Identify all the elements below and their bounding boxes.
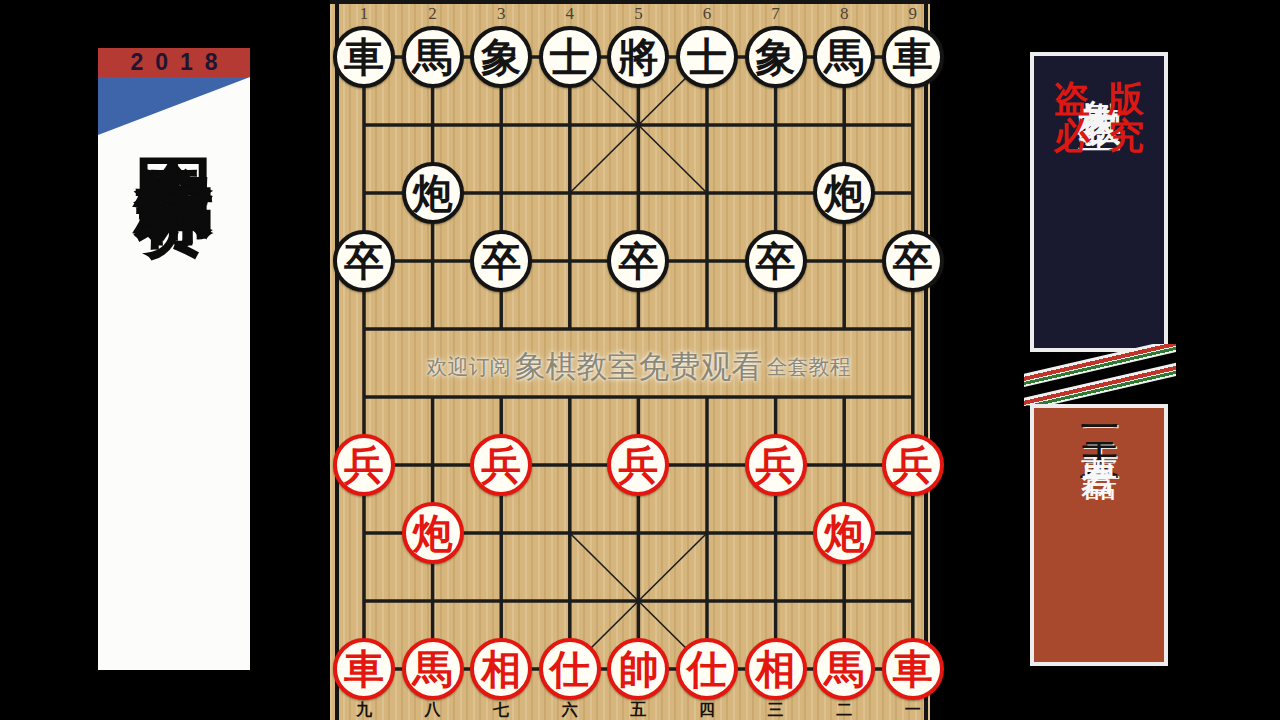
piece-red[interactable]: 馬 bbox=[813, 638, 875, 700]
piece-red[interactable]: 仕 bbox=[676, 638, 738, 700]
xiangqi-board: 欢迎订阅 象棋教室免费观看 全套教程 123456789 九八七六五四三二一 車… bbox=[330, 0, 930, 720]
file-label-bottom: 三 bbox=[768, 700, 784, 720]
file-label-top: 1 bbox=[360, 4, 369, 24]
file-label-bottom: 六 bbox=[562, 700, 578, 720]
piece-red[interactable]: 兵 bbox=[745, 434, 807, 496]
file-label-top: 6 bbox=[703, 4, 712, 24]
piece-red[interactable]: 兵 bbox=[470, 434, 532, 496]
warning-char: 究 bbox=[1107, 112, 1145, 161]
tournament-banner: 全国个人锦标赛 bbox=[98, 77, 250, 670]
file-label-top: 4 bbox=[566, 4, 575, 24]
video-frame: 2018 全国个人锦标赛 bbox=[0, 0, 1280, 720]
file-label-bottom: 八 bbox=[425, 700, 441, 720]
file-label-bottom: 七 bbox=[493, 700, 509, 720]
piece-red[interactable]: 馬 bbox=[402, 638, 464, 700]
piece-black[interactable]: 卒 bbox=[333, 230, 395, 292]
piece-black[interactable]: 士 bbox=[676, 26, 738, 88]
tournament-title: 全国个人锦标赛 bbox=[135, 77, 214, 114]
file-label-bottom: 二 bbox=[836, 700, 852, 720]
year-banner: 2018 bbox=[98, 48, 250, 77]
piece-red[interactable]: 車 bbox=[882, 638, 944, 700]
piece-black[interactable]: 車 bbox=[333, 26, 395, 88]
piece-black[interactable]: 卒 bbox=[745, 230, 807, 292]
piece-red[interactable]: 炮 bbox=[813, 502, 875, 564]
piece-black[interactable]: 卒 bbox=[607, 230, 669, 292]
channel-title: 象棋教室 bbox=[1077, 64, 1122, 72]
stripe-divider bbox=[1024, 344, 1176, 406]
piece-red[interactable]: 仕 bbox=[539, 638, 601, 700]
board-edge-right bbox=[924, 0, 928, 720]
piracy-warning: 盗 版 必 究 bbox=[1053, 81, 1145, 155]
piece-black[interactable]: 卒 bbox=[882, 230, 944, 292]
piece-black[interactable]: 炮 bbox=[813, 162, 875, 224]
piece-red[interactable]: 兵 bbox=[607, 434, 669, 496]
players-banner: 王天一 曹岩磊 bbox=[1030, 404, 1168, 666]
board-edge-left bbox=[335, 0, 339, 720]
piece-red[interactable]: 兵 bbox=[333, 434, 395, 496]
piece-black[interactable]: 馬 bbox=[402, 26, 464, 88]
watermark-suffix: 全套教程 bbox=[767, 353, 851, 381]
watermark-main: 象棋教室免费观看 bbox=[515, 346, 763, 388]
player-name-black: 曹岩磊 bbox=[1081, 426, 1118, 441]
watermark-prefix: 欢迎订阅 bbox=[427, 353, 511, 381]
file-label-top: 5 bbox=[634, 4, 643, 24]
piece-red[interactable]: 相 bbox=[470, 638, 532, 700]
file-label-bottom: 一 bbox=[905, 700, 921, 720]
channel-banner: 象棋教室 盗 版 必 究 bbox=[1030, 52, 1168, 352]
piece-black[interactable]: 馬 bbox=[813, 26, 875, 88]
file-label-bottom: 四 bbox=[699, 700, 715, 720]
piece-red[interactable]: 兵 bbox=[882, 434, 944, 496]
file-label-top: 8 bbox=[840, 4, 849, 24]
piece-red[interactable]: 相 bbox=[745, 638, 807, 700]
file-label-top: 9 bbox=[909, 4, 918, 24]
file-label-top: 7 bbox=[771, 4, 780, 24]
watermark: 欢迎订阅 象棋教室免费观看 全套教程 bbox=[364, 340, 913, 394]
file-label-top: 3 bbox=[497, 4, 506, 24]
piece-black[interactable]: 炮 bbox=[402, 162, 464, 224]
warning-char: 必 bbox=[1053, 112, 1091, 161]
piece-black[interactable]: 車 bbox=[882, 26, 944, 88]
file-label-top: 2 bbox=[428, 4, 437, 24]
file-label-bottom: 五 bbox=[630, 700, 646, 720]
piece-red[interactable]: 帥 bbox=[607, 638, 669, 700]
file-label-bottom: 九 bbox=[356, 700, 372, 720]
piece-black[interactable]: 象 bbox=[745, 26, 807, 88]
piece-black[interactable]: 卒 bbox=[470, 230, 532, 292]
piece-black[interactable]: 士 bbox=[539, 26, 601, 88]
piece-black[interactable]: 將 bbox=[607, 26, 669, 88]
piece-red[interactable]: 車 bbox=[333, 638, 395, 700]
piece-red[interactable]: 炮 bbox=[402, 502, 464, 564]
piece-black[interactable]: 象 bbox=[470, 26, 532, 88]
